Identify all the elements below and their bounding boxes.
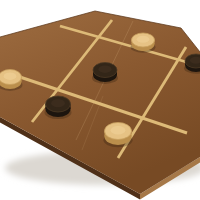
piece-highlight [137,36,150,43]
photo-stage [0,0,200,200]
piece-highlight [111,126,126,135]
piece-highlight [98,65,111,73]
piece-light-top-middle [131,33,156,53]
piece-light-bottom-middle [103,123,132,148]
piece-highlight [4,72,17,80]
piece-light-middle-left [0,70,22,91]
piece-highlight [51,99,65,107]
piece-dark-top-right [184,54,200,74]
piece-dark-bottom-left [45,96,72,119]
piece-dark-center [92,63,118,84]
board-svg [0,0,200,200]
